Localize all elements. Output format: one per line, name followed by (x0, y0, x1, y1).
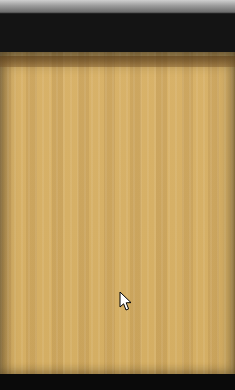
app-screen (0, 0, 235, 390)
board-top-edge-band (0, 56, 235, 67)
bottom-letterbox (0, 374, 235, 390)
mouse-cursor-icon (119, 292, 133, 311)
status-bar (0, 0, 235, 14)
top-letterbox (0, 14, 235, 52)
go-board[interactable] (0, 52, 235, 374)
